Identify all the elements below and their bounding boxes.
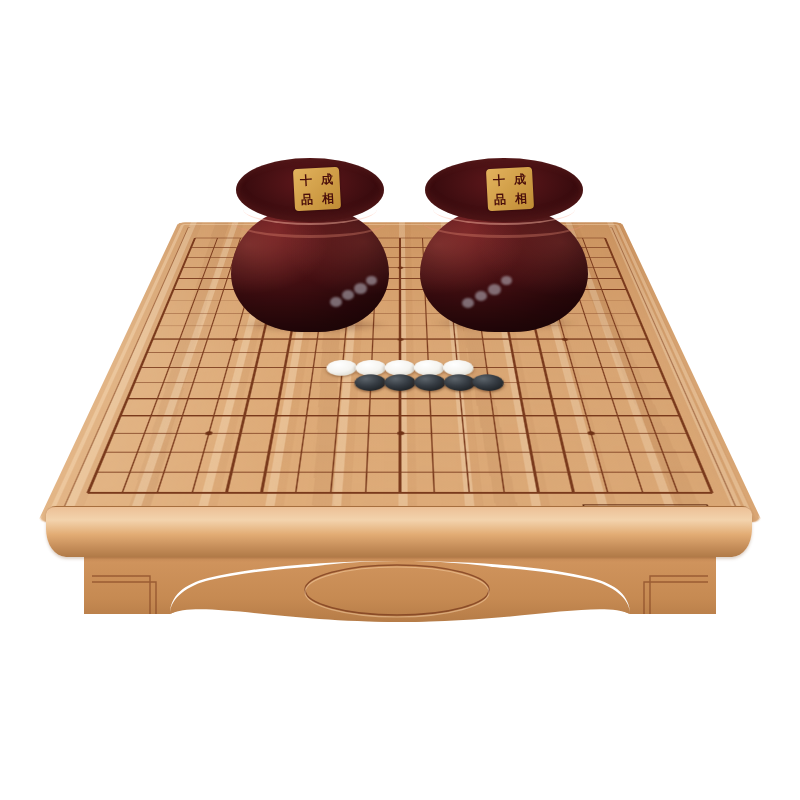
white-stone bbox=[442, 360, 474, 376]
seal-char: 相 bbox=[515, 192, 528, 205]
seal-char: 品 bbox=[301, 193, 314, 206]
board-front-edge bbox=[46, 506, 752, 557]
grid-line-horizontal bbox=[88, 492, 713, 494]
product-photo-scene: WEIQI 22MM 十 bbox=[0, 0, 800, 800]
stone-bowl-right: 十 成 品 相 bbox=[420, 158, 588, 332]
stone-reflection-dot bbox=[488, 284, 501, 295]
star-point bbox=[397, 338, 403, 341]
black-stone bbox=[384, 375, 416, 391]
stone-bowl-left: 十 成 品 相 bbox=[231, 158, 389, 332]
seal-char: 十 bbox=[300, 174, 313, 187]
seal-char: 成 bbox=[321, 173, 334, 186]
black-stone bbox=[414, 375, 446, 391]
seal-char: 十 bbox=[493, 174, 506, 187]
grid-line-horizontal bbox=[147, 352, 654, 353]
seal-char: 相 bbox=[322, 192, 335, 205]
bowl-seal: 十 成 品 相 bbox=[486, 167, 534, 211]
stone-reflection-dot bbox=[354, 283, 367, 294]
star-point bbox=[397, 266, 402, 268]
white-stone bbox=[413, 360, 444, 376]
black-stone bbox=[443, 375, 476, 391]
grid-line-horizontal bbox=[96, 471, 703, 472]
star-point bbox=[232, 338, 239, 341]
star-point bbox=[205, 431, 213, 435]
star-point bbox=[587, 431, 595, 435]
star-point bbox=[562, 338, 569, 341]
black-stone bbox=[354, 375, 386, 391]
grid-line-horizontal bbox=[127, 398, 672, 399]
white-stone bbox=[326, 360, 358, 376]
table-base bbox=[0, 548, 800, 648]
seal-char: 成 bbox=[514, 173, 527, 186]
grid-line-vertical bbox=[604, 238, 714, 493]
grid-line-horizontal bbox=[120, 415, 680, 416]
seal-char: 品 bbox=[494, 193, 507, 206]
white-stone bbox=[385, 360, 416, 376]
bowl-seal: 十 成 品 相 bbox=[293, 167, 341, 211]
board-grid bbox=[88, 238, 712, 493]
grid-line-vertical bbox=[86, 238, 196, 493]
black-stone bbox=[472, 375, 505, 391]
go-board: WEIQI 22MM bbox=[38, 222, 763, 522]
white-stone bbox=[355, 360, 386, 376]
grid-line-horizontal bbox=[105, 451, 695, 452]
star-point bbox=[396, 431, 403, 435]
